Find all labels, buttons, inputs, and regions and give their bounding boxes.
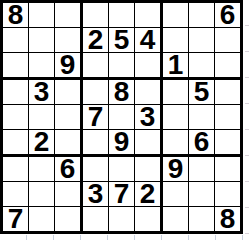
cell-r9c4[interactable] [83,207,109,231]
cell-r3c4[interactable] [83,53,109,80]
cell-r6c4[interactable] [83,130,109,157]
cell-r8c3[interactable] [55,182,83,207]
cell-r9c3[interactable] [55,207,83,231]
spreadsheet-gridline-ticks-bottom [0,235,243,240]
cell-r5c9[interactable] [215,105,240,130]
cell-r1c3[interactable] [55,3,83,28]
cell-r7c7: 9 [163,157,189,182]
cell-r5c4: 7 [83,105,109,130]
cell-r2c8[interactable] [189,28,215,53]
cell-r4c3[interactable] [55,80,83,105]
cell-r9c8[interactable] [189,207,215,231]
cell-r1c8[interactable] [189,3,215,28]
cell-r4c1[interactable] [3,80,29,105]
cell-r4c2: 3 [29,80,55,105]
cell-r4c7[interactable] [163,80,189,105]
cell-r4c5: 8 [109,80,135,105]
cell-r8c4: 3 [83,182,109,207]
cell-r1c9: 6 [215,3,240,28]
cell-r3c1[interactable] [3,53,29,80]
cell-r7c2[interactable] [29,157,55,182]
cell-r5c1[interactable] [3,105,29,130]
cell-r2c9[interactable] [215,28,240,53]
cell-r5c6: 3 [135,105,163,130]
cell-r1c7[interactable] [163,3,189,28]
cell-r6c9[interactable] [215,130,240,157]
cell-r9c1: 7 [3,207,29,231]
cell-r5c3[interactable] [55,105,83,130]
cell-r4c9[interactable] [215,80,240,105]
cell-r4c8: 5 [189,80,215,105]
cell-r2c5: 5 [109,28,135,53]
cell-r7c9[interactable] [215,157,240,182]
cell-r3c7: 1 [163,53,189,80]
spreadsheet-gridline-ticks-right [245,0,249,234]
cell-r3c6[interactable] [135,53,163,80]
cell-r1c2[interactable] [29,3,55,28]
cell-r6c8: 6 [189,130,215,157]
cell-r9c6[interactable] [135,207,163,231]
cell-r3c3: 9 [55,53,83,80]
cell-r6c6[interactable] [135,130,163,157]
cell-r6c2: 2 [29,130,55,157]
cell-r7c8[interactable] [189,157,215,182]
cell-r8c6: 2 [135,182,163,207]
cell-r7c1[interactable] [3,157,29,182]
cell-r9c5[interactable] [109,207,135,231]
cell-r8c7[interactable] [163,182,189,207]
cell-r9c9: 8 [215,207,240,231]
cell-r8c8[interactable] [189,182,215,207]
sudoku-board: 8625491385732966937278 [0,0,243,234]
cell-r5c7[interactable] [163,105,189,130]
cell-r9c7[interactable] [163,207,189,231]
cell-r7c3: 6 [55,157,83,182]
cell-r2c4: 2 [83,28,109,53]
cell-r9c2[interactable] [29,207,55,231]
cell-r2c1[interactable] [3,28,29,53]
cell-r6c5: 9 [109,130,135,157]
cell-r1c1: 8 [3,3,29,28]
cell-r8c5: 7 [109,182,135,207]
cell-r6c1[interactable] [3,130,29,157]
cell-r2c6: 4 [135,28,163,53]
cell-r2c2[interactable] [29,28,55,53]
cell-r3c9[interactable] [215,53,240,80]
cell-r8c2[interactable] [29,182,55,207]
